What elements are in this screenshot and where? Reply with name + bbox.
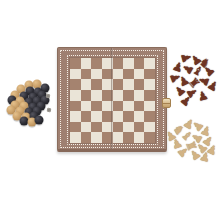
square-a8 bbox=[70, 58, 81, 69]
square-c8 bbox=[91, 58, 102, 69]
square-g5 bbox=[134, 90, 145, 101]
square-f1 bbox=[123, 132, 134, 143]
square-f2 bbox=[123, 122, 134, 133]
square-e8 bbox=[113, 58, 124, 69]
square-g2 bbox=[134, 122, 145, 133]
square-e5 bbox=[113, 90, 124, 101]
square-c3 bbox=[91, 111, 102, 122]
square-h3 bbox=[144, 111, 155, 122]
square-a2 bbox=[70, 122, 81, 133]
square-b3 bbox=[81, 111, 92, 122]
square-e4 bbox=[113, 101, 124, 112]
square-c2 bbox=[91, 122, 102, 133]
light-chess-piece: ♟ bbox=[198, 150, 212, 164]
square-h5 bbox=[144, 90, 155, 101]
square-h1 bbox=[144, 132, 155, 143]
square-g6 bbox=[134, 79, 145, 90]
square-e1 bbox=[113, 132, 124, 143]
square-h6 bbox=[144, 79, 155, 90]
square-h4 bbox=[144, 101, 155, 112]
square-b4 bbox=[81, 101, 92, 112]
black-checker-piece bbox=[35, 116, 44, 125]
square-a7 bbox=[70, 69, 81, 80]
square-c4 bbox=[91, 101, 102, 112]
square-g3 bbox=[134, 111, 145, 122]
square-f8 bbox=[123, 58, 134, 69]
square-g4 bbox=[134, 101, 145, 112]
square-b2 bbox=[81, 122, 92, 133]
square-a1 bbox=[70, 132, 81, 143]
square-b7 bbox=[81, 69, 92, 80]
square-h2 bbox=[144, 122, 155, 133]
square-e7 bbox=[113, 69, 124, 80]
square-b5 bbox=[81, 90, 92, 101]
square-a5 bbox=[70, 90, 81, 101]
die bbox=[46, 94, 51, 99]
square-b6 bbox=[81, 79, 92, 90]
square-f6 bbox=[123, 79, 134, 90]
square-f3 bbox=[123, 111, 134, 122]
dark-chess-piece: ♟ bbox=[196, 89, 210, 103]
square-b1 bbox=[81, 132, 92, 143]
square-a4 bbox=[70, 101, 81, 112]
product-photo-chess-set: ♟♟♞♟♟♝♟♟♟♜♟♟♟♟♟♟ ♟♟♞♟♟♝♟♟♟♜♟♟♟♟♟ bbox=[0, 0, 220, 220]
board-fold-seam bbox=[111, 48, 113, 149]
square-g1 bbox=[134, 132, 145, 143]
square-h7 bbox=[144, 69, 155, 80]
square-a3 bbox=[70, 111, 81, 122]
square-a6 bbox=[70, 79, 81, 90]
square-e6 bbox=[113, 79, 124, 90]
square-f4 bbox=[123, 101, 134, 112]
square-g7 bbox=[134, 69, 145, 80]
square-e3 bbox=[113, 111, 124, 122]
die bbox=[47, 108, 52, 113]
square-c1 bbox=[91, 132, 102, 143]
square-h8 bbox=[144, 58, 155, 69]
board-clasp-latch bbox=[162, 98, 171, 108]
square-b8 bbox=[81, 58, 92, 69]
square-c6 bbox=[91, 79, 102, 90]
square-c5 bbox=[91, 90, 102, 101]
square-g8 bbox=[134, 58, 145, 69]
square-f5 bbox=[123, 90, 134, 101]
square-f7 bbox=[123, 69, 134, 80]
chess-board bbox=[57, 47, 167, 152]
square-c7 bbox=[91, 69, 102, 80]
square-e2 bbox=[113, 122, 124, 133]
